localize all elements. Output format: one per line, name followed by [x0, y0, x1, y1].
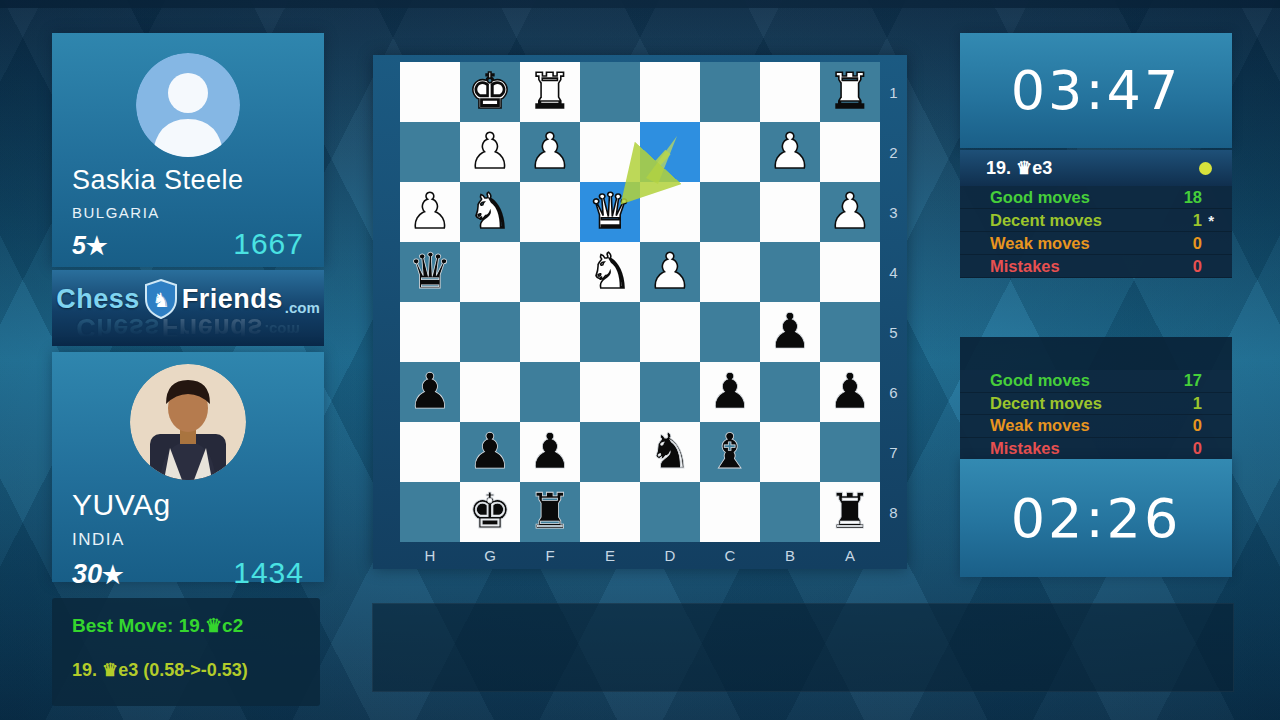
- square-c2[interactable]: [700, 122, 760, 182]
- rank-label-8: 8: [880, 482, 907, 542]
- file-labels: HGFEDCBA: [400, 542, 880, 569]
- black-knight: ♞: [648, 422, 692, 482]
- square-f6[interactable]: [520, 362, 580, 422]
- square-c7[interactable]: ♝: [700, 422, 760, 482]
- square-d6[interactable]: [640, 362, 700, 422]
- stat-row-mistakes: Mistakes 0: [960, 438, 1232, 461]
- square-a8[interactable]: ♜: [820, 482, 880, 542]
- last-move-row: 19. ♛e3: [960, 150, 1232, 186]
- rank-label-7: 7: [880, 422, 907, 482]
- square-d8[interactable]: [640, 482, 700, 542]
- stat-row-good: Good moves 18: [960, 186, 1232, 209]
- square-f5[interactable]: [520, 302, 580, 362]
- square-e3[interactable]: ♛: [580, 182, 640, 242]
- clock-black-time: 02:26: [1011, 487, 1182, 550]
- square-b6[interactable]: [760, 362, 820, 422]
- square-g4[interactable]: [460, 242, 520, 302]
- player-name-white: Saskia Steele: [72, 165, 304, 196]
- file-label-d: D: [640, 542, 700, 569]
- square-f3[interactable]: [520, 182, 580, 242]
- player-card-white: Saskia Steele BULGARIA 5★ 1667: [52, 33, 324, 267]
- stat-row-weak: Weak moves 0: [960, 415, 1232, 438]
- rank-labels: 12345678: [880, 62, 907, 542]
- shield-knight-icon: ♞: [144, 279, 178, 319]
- white-pawn: ♟: [768, 122, 812, 182]
- stat-row-mistakes: Mistakes 0: [960, 255, 1232, 278]
- square-c5[interactable]: [700, 302, 760, 362]
- rank-label-1: 1: [880, 62, 907, 122]
- stat-label: Decent moves: [990, 211, 1172, 230]
- square-f4[interactable]: [520, 242, 580, 302]
- white-pawn: ♟: [468, 122, 512, 182]
- chessfriends-logo: Chess ♞ Friends .com Chess Friends .com: [52, 270, 324, 346]
- stat-row-decent: Decent moves 1 *: [960, 209, 1232, 232]
- stats-panel-black: Good moves 17 Decent moves 1 Weak moves …: [960, 337, 1232, 459]
- square-h6[interactable]: ♟: [400, 362, 460, 422]
- square-b1[interactable]: [760, 62, 820, 122]
- player-stars-white: 5★: [72, 231, 107, 260]
- square-b7[interactable]: [760, 422, 820, 482]
- square-d5[interactable]: [640, 302, 700, 362]
- square-d1[interactable]: [640, 62, 700, 122]
- square-a4[interactable]: [820, 242, 880, 302]
- black-pawn: ♟: [708, 362, 752, 422]
- black-pawn: ♟: [828, 362, 872, 422]
- file-label-f: F: [520, 542, 580, 569]
- stat-label: Good moves: [990, 371, 1172, 390]
- square-b3[interactable]: [760, 182, 820, 242]
- top-strip: [0, 0, 1280, 8]
- white-pawn: ♟: [528, 122, 572, 182]
- rank-label-4: 4: [880, 242, 907, 302]
- square-e8[interactable]: [580, 482, 640, 542]
- stats-header-spacer: [960, 337, 1232, 370]
- square-d7[interactable]: ♞: [640, 422, 700, 482]
- square-e7[interactable]: [580, 422, 640, 482]
- stat-value: 17: [1172, 371, 1202, 390]
- square-a2[interactable]: [820, 122, 880, 182]
- square-g5[interactable]: [460, 302, 520, 362]
- square-e6[interactable]: [580, 362, 640, 422]
- chess-board-container: ♚♜♜♟♟♟♟♞♛♟♛♞♟♟♟♟♟♟♟♞♝♚♜♜ 12345678 HGFEDC…: [373, 55, 907, 569]
- white-knight: ♞: [588, 242, 632, 302]
- square-e1[interactable]: [580, 62, 640, 122]
- rank-label-5: 5: [880, 302, 907, 362]
- file-label-g: G: [460, 542, 520, 569]
- square-g1[interactable]: ♚: [460, 62, 520, 122]
- square-e2[interactable]: [580, 122, 640, 182]
- stat-label: Mistakes: [990, 439, 1172, 458]
- stat-value: 18: [1172, 188, 1202, 207]
- square-g2[interactable]: ♟: [460, 122, 520, 182]
- black-rook: ♜: [828, 482, 872, 542]
- file-label-a: A: [820, 542, 880, 569]
- clock-white-time: 03:47: [1011, 59, 1182, 122]
- white-pawn: ♟: [408, 182, 452, 242]
- avatar-black-player: [130, 364, 246, 480]
- logo-text-chess: Chess: [56, 284, 140, 315]
- stat-label: Decent moves: [990, 394, 1172, 413]
- stat-value: 0: [1172, 439, 1202, 458]
- stat-label: Mistakes: [990, 257, 1172, 276]
- stat-value: 1: [1172, 394, 1202, 413]
- square-b4[interactable]: [760, 242, 820, 302]
- stat-label: Weak moves: [990, 416, 1172, 435]
- stat-row-good: Good moves 17: [960, 370, 1232, 393]
- square-h2[interactable]: [400, 122, 460, 182]
- stat-value: 0: [1172, 234, 1202, 253]
- file-label-b: B: [760, 542, 820, 569]
- clock-white: 03:47: [960, 33, 1232, 148]
- black-queen: ♛: [408, 242, 452, 302]
- avatar-white-player: [136, 53, 240, 157]
- square-d2[interactable]: [640, 122, 700, 182]
- square-h8[interactable]: [400, 482, 460, 542]
- stat-value: 0: [1172, 257, 1202, 276]
- stat-row-decent: Decent moves 1: [960, 393, 1232, 416]
- square-d3[interactable]: [640, 182, 700, 242]
- white-pawn: ♟: [828, 182, 872, 242]
- square-c1[interactable]: [700, 62, 760, 122]
- stat-label: Good moves: [990, 188, 1172, 207]
- black-bishop: ♝: [708, 422, 752, 482]
- stat-note: *: [1202, 212, 1214, 229]
- square-a5[interactable]: [820, 302, 880, 362]
- move-quality-dot-icon: [1199, 162, 1212, 175]
- rank-label-6: 6: [880, 362, 907, 422]
- square-h7[interactable]: [400, 422, 460, 482]
- black-king: ♚: [468, 482, 512, 542]
- square-e5[interactable]: [580, 302, 640, 362]
- square-g7[interactable]: ♟: [460, 422, 520, 482]
- played-move-eval-text: 19. ♛e3 (0.58->-0.53): [72, 659, 320, 681]
- square-g8[interactable]: ♚: [460, 482, 520, 542]
- square-f2[interactable]: ♟: [520, 122, 580, 182]
- star-icon: ★: [102, 561, 124, 588]
- file-label-e: E: [580, 542, 640, 569]
- player-card-black: YUVAg INDIA 30★ 1434: [52, 352, 324, 582]
- stat-row-weak: Weak moves 0: [960, 232, 1232, 255]
- square-f8[interactable]: ♜: [520, 482, 580, 542]
- square-a7[interactable]: [820, 422, 880, 482]
- logo-reflection: Chess Friends .com: [76, 319, 300, 337]
- black-pawn: ♟: [528, 422, 572, 482]
- rank-label-3: 3: [880, 182, 907, 242]
- player-stars-black: 30★: [72, 559, 124, 590]
- player-rating-black: 1434: [233, 556, 304, 590]
- black-pawn: ♟: [468, 422, 512, 482]
- star-icon: ★: [86, 232, 108, 259]
- white-king: ♚: [468, 62, 512, 122]
- file-label-c: C: [700, 542, 760, 569]
- player-country-white: BULGARIA: [72, 204, 304, 221]
- best-move-text: Best Move: 19.♛c2: [72, 614, 320, 637]
- stat-value: 1: [1172, 211, 1202, 230]
- stat-label: Weak moves: [990, 234, 1172, 253]
- last-move-label: 19. ♛e3: [986, 157, 1052, 179]
- square-c6[interactable]: ♟: [700, 362, 760, 422]
- white-knight: ♞: [468, 182, 512, 242]
- square-f7[interactable]: ♟: [520, 422, 580, 482]
- player-rating-white: 1667: [233, 227, 304, 261]
- square-c4[interactable]: [700, 242, 760, 302]
- square-f1[interactable]: ♜: [520, 62, 580, 122]
- square-h3[interactable]: ♟: [400, 182, 460, 242]
- square-e4[interactable]: ♞: [580, 242, 640, 302]
- logo-text-tld: .com: [285, 299, 320, 316]
- square-b2[interactable]: ♟: [760, 122, 820, 182]
- black-pawn: ♟: [408, 362, 452, 422]
- square-c3[interactable]: [700, 182, 760, 242]
- logo-text-friends: Friends: [182, 284, 283, 315]
- square-a6[interactable]: ♟: [820, 362, 880, 422]
- square-g3[interactable]: ♞: [460, 182, 520, 242]
- square-b8[interactable]: [760, 482, 820, 542]
- best-move-panel: Best Move: 19.♛c2 19. ♛e3 (0.58->-0.53): [52, 598, 320, 706]
- rank-label-2: 2: [880, 122, 907, 182]
- white-rook: ♜: [828, 62, 872, 122]
- bottom-info-bar: [372, 603, 1234, 692]
- player-name-black: YUVAg: [72, 488, 304, 522]
- game-screen: Saskia Steele BULGARIA 5★ 1667 Chess ♞ F…: [0, 0, 1280, 720]
- player-country-black: INDIA: [72, 530, 304, 550]
- board-squares: ♚♜♜♟♟♟♟♞♛♟♛♞♟♟♟♟♟♟♟♞♝♚♜♜: [400, 62, 880, 542]
- black-rook: ♜: [528, 482, 572, 542]
- square-c8[interactable]: [700, 482, 760, 542]
- square-g6[interactable]: [460, 362, 520, 422]
- white-rook: ♜: [528, 62, 572, 122]
- clock-black: 02:26: [960, 459, 1232, 577]
- square-d4[interactable]: ♟: [640, 242, 700, 302]
- white-queen: ♛: [588, 182, 632, 242]
- stats-panel-white: 19. ♛e3 Good moves 18 Decent moves 1 * W…: [960, 150, 1232, 278]
- square-h5[interactable]: [400, 302, 460, 362]
- square-a1[interactable]: ♜: [820, 62, 880, 122]
- square-h4[interactable]: ♛: [400, 242, 460, 302]
- file-label-h: H: [400, 542, 460, 569]
- chess-board: ♚♜♜♟♟♟♟♞♛♟♛♞♟♟♟♟♟♟♟♞♝♚♜♜: [400, 62, 880, 542]
- square-h1[interactable]: [400, 62, 460, 122]
- square-b5[interactable]: ♟: [760, 302, 820, 362]
- svg-text:♞: ♞: [152, 288, 170, 312]
- stat-value: 0: [1172, 416, 1202, 435]
- white-pawn: ♟: [648, 242, 692, 302]
- square-a3[interactable]: ♟: [820, 182, 880, 242]
- black-pawn: ♟: [768, 302, 812, 362]
